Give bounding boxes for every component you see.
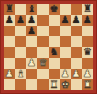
square-h5[interactable] [82,36,93,47]
piece-black-pawn[interactable]: ♟ [5,15,14,25]
square-b8[interactable] [15,4,26,15]
piece-black-king[interactable]: ♚ [50,4,59,14]
square-b6[interactable] [15,26,26,37]
piece-white-pawn[interactable]: ♟ [83,69,92,79]
square-a6[interactable] [4,26,15,37]
square-a2[interactable]: ♟ [4,69,15,80]
square-b1[interactable] [15,79,26,90]
square-b3[interactable] [15,58,26,69]
piece-white-pawn[interactable]: ♟ [61,69,70,79]
piece-black-rook[interactable]: ♜ [83,4,92,14]
square-a4[interactable] [4,47,15,58]
square-d8[interactable] [37,4,48,15]
piece-black-bishop[interactable]: ♝ [27,4,36,14]
square-d1[interactable] [37,79,48,90]
piece-white-bishop[interactable]: ♝ [16,69,25,79]
piece-black-rook[interactable]: ♜ [5,4,14,14]
square-b7[interactable]: ♟ [15,15,26,26]
piece-black-pawn[interactable]: ♟ [61,15,70,25]
square-f8[interactable] [60,4,71,15]
square-d7[interactable] [37,15,48,26]
piece-black-pawn[interactable]: ♟ [83,15,92,25]
piece-black-pawn[interactable]: ♟ [27,26,36,36]
square-a1[interactable] [4,79,15,90]
square-c3[interactable]: ♟ [26,58,37,69]
square-c7[interactable]: ♟ [26,15,37,26]
square-h1[interactable]: ♜ [82,79,93,90]
square-a8[interactable]: ♜ [4,4,15,15]
square-h4[interactable]: ♛ [82,47,93,58]
square-f6[interactable] [60,26,71,37]
square-c4[interactable] [26,47,37,58]
square-b2[interactable]: ♝ [15,69,26,80]
square-c6[interactable]: ♟ [26,26,37,37]
square-f1[interactable]: ♚ [60,79,71,90]
chess-app: ♜♝♚♜♟♟♟♟♟♟♟♞♛♟♛♟♝♟♟♟♜♚♜ [0,0,97,94]
piece-white-pawn[interactable]: ♟ [72,69,81,79]
square-h3[interactable] [82,58,93,69]
square-d4[interactable] [37,47,48,58]
square-e2[interactable] [49,69,60,80]
square-g5[interactable] [71,36,82,47]
square-g6[interactable] [71,26,82,37]
square-d6[interactable] [37,26,48,37]
piece-white-rook[interactable]: ♜ [50,79,59,89]
square-d2[interactable] [37,69,48,80]
square-e6[interactable] [49,26,60,37]
square-g3[interactable] [71,58,82,69]
square-f4[interactable] [60,47,71,58]
square-e4[interactable]: ♞ [49,47,60,58]
square-c2[interactable] [26,69,37,80]
square-g7[interactable]: ♟ [71,15,82,26]
square-e1[interactable]: ♜ [49,79,60,90]
square-f3[interactable] [60,58,71,69]
square-c8[interactable]: ♝ [26,4,37,15]
square-a7[interactable]: ♟ [4,15,15,26]
square-g8[interactable] [71,4,82,15]
piece-black-pawn[interactable]: ♟ [27,15,36,25]
square-f5[interactable] [60,36,71,47]
square-h6[interactable] [82,26,93,37]
piece-white-pawn[interactable]: ♟ [27,58,36,68]
square-c5[interactable] [26,36,37,47]
square-d3[interactable]: ♛ [37,58,48,69]
chess-board: ♜♝♚♜♟♟♟♟♟♟♟♞♛♟♛♟♝♟♟♟♜♚♜ [4,4,93,90]
square-a3[interactable] [4,58,15,69]
piece-white-rook[interactable]: ♜ [83,79,92,89]
square-f2[interactable]: ♟ [60,69,71,80]
square-e7[interactable] [49,15,60,26]
piece-white-pawn[interactable]: ♟ [5,69,14,79]
piece-black-pawn[interactable]: ♟ [16,15,25,25]
piece-black-pawn[interactable]: ♟ [72,15,81,25]
piece-black-queen[interactable]: ♛ [83,47,92,57]
square-h8[interactable]: ♜ [82,4,93,15]
square-g1[interactable] [71,79,82,90]
square-f7[interactable]: ♟ [60,15,71,26]
square-h2[interactable]: ♟ [82,69,93,80]
piece-white-queen[interactable]: ♛ [38,58,47,68]
square-g4[interactable] [71,47,82,58]
square-e3[interactable] [49,58,60,69]
square-a5[interactable] [4,36,15,47]
square-e8[interactable]: ♚ [49,4,60,15]
square-c1[interactable] [26,79,37,90]
square-b5[interactable] [15,36,26,47]
piece-white-king[interactable]: ♚ [61,79,70,89]
piece-black-knight[interactable]: ♞ [50,47,59,57]
square-d5[interactable] [37,36,48,47]
square-g2[interactable]: ♟ [71,69,82,80]
square-b4[interactable] [15,47,26,58]
square-e5[interactable] [49,36,60,47]
square-h7[interactable]: ♟ [82,15,93,26]
